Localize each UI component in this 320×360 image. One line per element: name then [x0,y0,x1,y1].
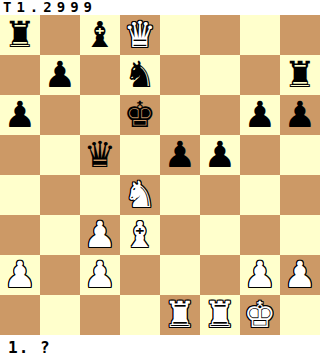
square-b8[interactable] [40,15,80,55]
square-e2[interactable] [160,255,200,295]
piece-black-pawn[interactable]: ♟ [4,97,36,133]
chess-board: ♜♝♛♟♞♜♟♚♟♟♛♟♟♞♟♝♟♟♟♟♜♜♚ [0,15,320,335]
square-b3[interactable] [40,215,80,255]
square-a3[interactable] [0,215,40,255]
square-g1[interactable]: ♚ [240,295,280,335]
piece-black-knight[interactable]: ♞ [124,57,156,93]
square-h6[interactable]: ♟ [280,95,320,135]
piece-black-rook[interactable]: ♜ [284,57,316,93]
piece-white-pawn[interactable]: ♟ [284,257,316,293]
square-d5[interactable] [120,135,160,175]
square-c6[interactable] [80,95,120,135]
square-a4[interactable] [0,175,40,215]
piece-black-pawn[interactable]: ♟ [204,137,236,173]
square-h1[interactable] [280,295,320,335]
square-b1[interactable] [40,295,80,335]
square-d7[interactable]: ♞ [120,55,160,95]
piece-white-bishop[interactable]: ♝ [124,217,156,253]
piece-black-pawn[interactable]: ♟ [44,57,76,93]
square-a1[interactable] [0,295,40,335]
square-g3[interactable] [240,215,280,255]
square-h2[interactable]: ♟ [280,255,320,295]
square-f3[interactable] [200,215,240,255]
square-f8[interactable] [200,15,240,55]
square-c4[interactable] [80,175,120,215]
piece-white-pawn[interactable]: ♟ [244,257,276,293]
piece-white-pawn[interactable]: ♟ [84,257,116,293]
move-prompt: 1. ? [0,335,320,360]
square-b5[interactable] [40,135,80,175]
square-d8[interactable]: ♛ [120,15,160,55]
square-h5[interactable] [280,135,320,175]
square-c3[interactable]: ♟ [80,215,120,255]
square-g8[interactable] [240,15,280,55]
square-e1[interactable]: ♜ [160,295,200,335]
piece-black-pawn[interactable]: ♟ [244,97,276,133]
square-g6[interactable]: ♟ [240,95,280,135]
square-e4[interactable] [160,175,200,215]
square-f7[interactable] [200,55,240,95]
square-d6[interactable]: ♚ [120,95,160,135]
square-f6[interactable] [200,95,240,135]
piece-white-queen[interactable]: ♛ [124,17,156,53]
square-b6[interactable] [40,95,80,135]
square-d2[interactable] [120,255,160,295]
square-a6[interactable]: ♟ [0,95,40,135]
square-e5[interactable]: ♟ [160,135,200,175]
square-e3[interactable] [160,215,200,255]
square-f5[interactable]: ♟ [200,135,240,175]
piece-white-rook[interactable]: ♜ [164,297,196,333]
piece-black-queen[interactable]: ♛ [84,137,116,173]
square-h7[interactable]: ♜ [280,55,320,95]
square-h4[interactable] [280,175,320,215]
square-c2[interactable]: ♟ [80,255,120,295]
square-d3[interactable]: ♝ [120,215,160,255]
square-a8[interactable]: ♜ [0,15,40,55]
square-g5[interactable] [240,135,280,175]
piece-black-bishop[interactable]: ♝ [84,17,116,53]
square-a7[interactable] [0,55,40,95]
square-g4[interactable] [240,175,280,215]
piece-black-king[interactable]: ♚ [124,97,156,133]
square-c8[interactable]: ♝ [80,15,120,55]
square-d4[interactable]: ♞ [120,175,160,215]
piece-white-pawn[interactable]: ♟ [4,257,36,293]
square-b7[interactable]: ♟ [40,55,80,95]
piece-black-rook[interactable]: ♜ [4,17,36,53]
square-a5[interactable] [0,135,40,175]
piece-white-rook[interactable]: ♜ [204,297,236,333]
piece-white-knight[interactable]: ♞ [124,177,156,213]
square-e7[interactable] [160,55,200,95]
square-g2[interactable]: ♟ [240,255,280,295]
square-c7[interactable] [80,55,120,95]
square-c1[interactable] [80,295,120,335]
square-c5[interactable]: ♛ [80,135,120,175]
square-b2[interactable] [40,255,80,295]
piece-black-pawn[interactable]: ♟ [164,137,196,173]
puzzle-id-label: T1.2999 [0,0,320,15]
square-g7[interactable] [240,55,280,95]
piece-white-pawn[interactable]: ♟ [84,217,116,253]
piece-black-pawn[interactable]: ♟ [284,97,316,133]
piece-white-king[interactable]: ♚ [244,297,276,333]
square-f1[interactable]: ♜ [200,295,240,335]
square-a2[interactable]: ♟ [0,255,40,295]
square-h3[interactable] [280,215,320,255]
square-e8[interactable] [160,15,200,55]
square-b4[interactable] [40,175,80,215]
square-h8[interactable] [280,15,320,55]
square-e6[interactable] [160,95,200,135]
square-f4[interactable] [200,175,240,215]
chess-puzzle-window: T1.2999 ♜♝♛♟♞♜♟♚♟♟♛♟♟♞♟♝♟♟♟♟♜♜♚ 1. ? [0,0,320,360]
square-d1[interactable] [120,295,160,335]
square-f2[interactable] [200,255,240,295]
